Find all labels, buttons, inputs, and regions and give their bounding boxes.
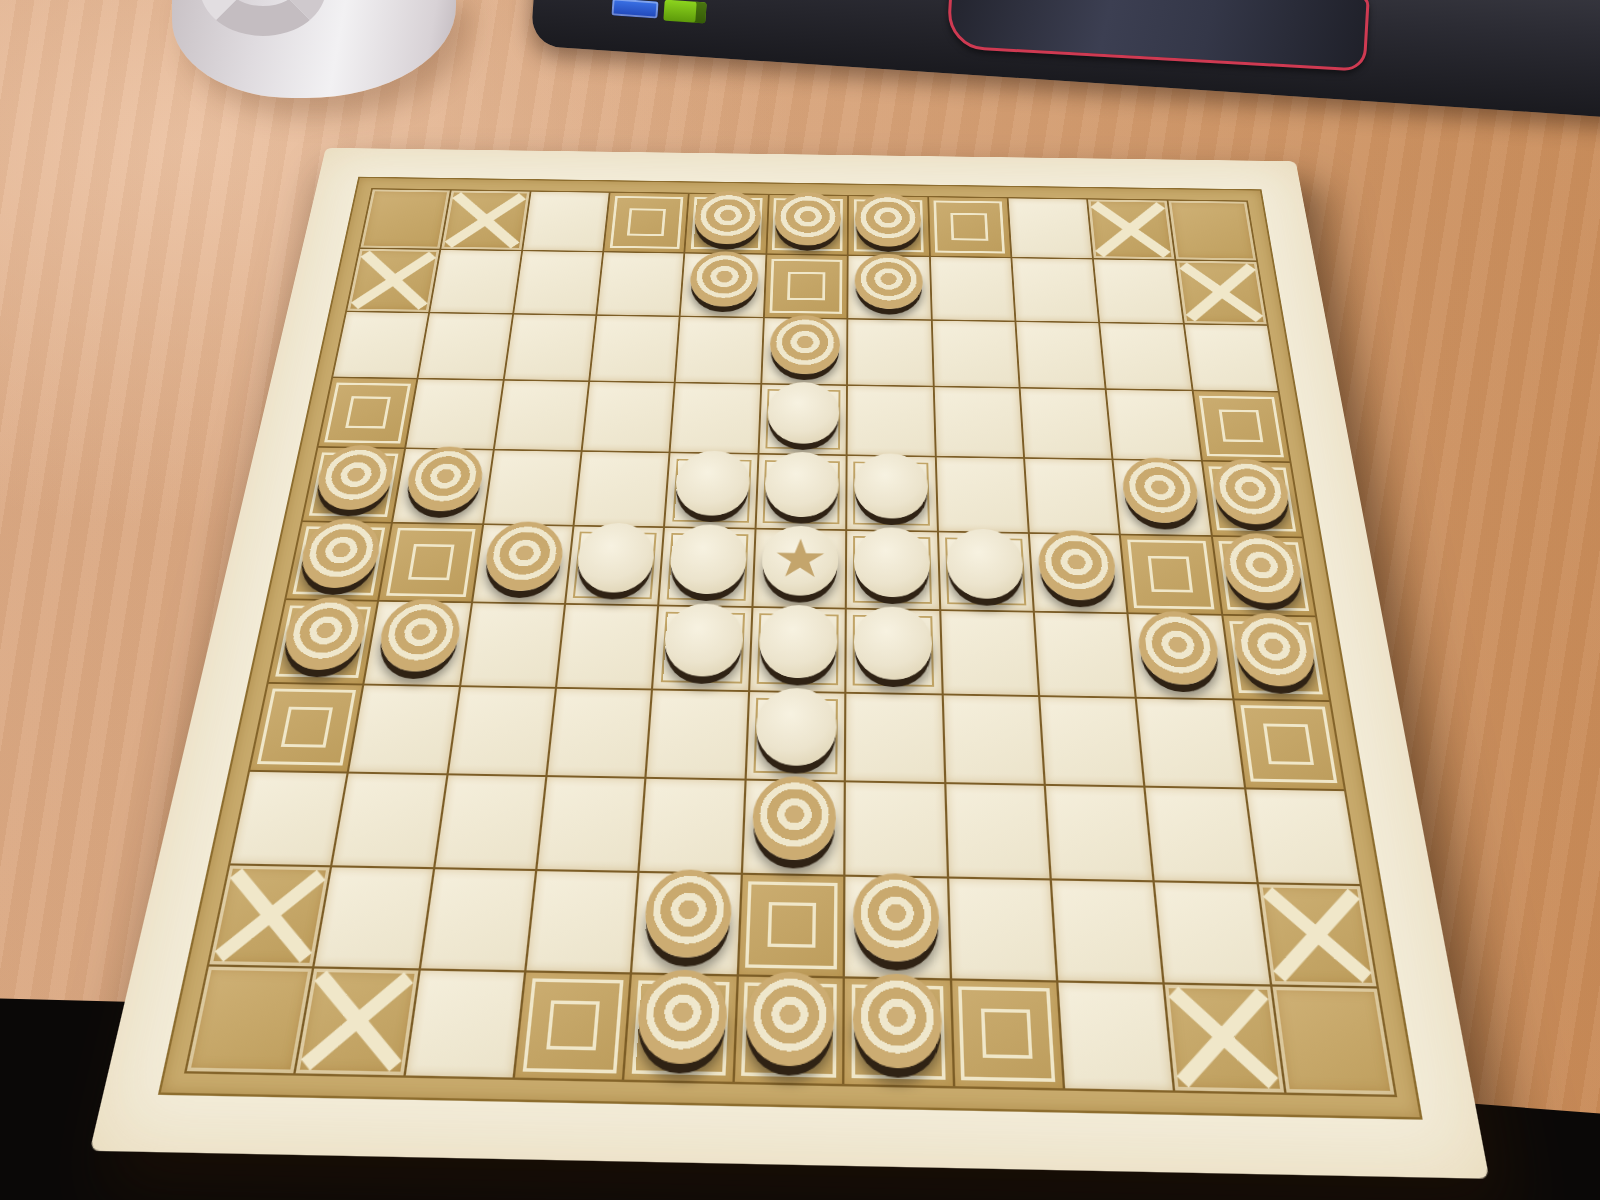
nvidia-sticker xyxy=(663,0,706,23)
cell-i8[interactable] xyxy=(1040,697,1143,786)
cell-e8[interactable] xyxy=(647,690,748,778)
cell-g2[interactable] xyxy=(848,256,930,319)
attacker-piece-j5[interactable] xyxy=(1120,457,1201,524)
tafl-board: ★★ xyxy=(90,148,1490,1179)
cell-d5[interactable] xyxy=(575,452,669,526)
cell-e3[interactable] xyxy=(676,317,763,383)
board-panel: ★★ xyxy=(90,148,1490,1179)
cell-e9[interactable] xyxy=(640,779,744,873)
cell-k11[interactable] xyxy=(1272,986,1394,1094)
cell-b7[interactable] xyxy=(365,602,471,685)
cell-e11[interactable] xyxy=(625,974,737,1082)
cell-h4[interactable] xyxy=(934,387,1023,457)
cell-b2[interactable] xyxy=(431,250,521,313)
attacker-piece-b7[interactable] xyxy=(375,598,464,672)
cell-a1[interactable] xyxy=(360,189,450,248)
cell-a7[interactable] xyxy=(269,600,377,683)
cell-c11[interactable] xyxy=(405,970,524,1077)
cell-f7[interactable] xyxy=(750,608,845,691)
attacker-piece-f3[interactable] xyxy=(769,315,840,374)
cell-i5[interactable] xyxy=(1025,459,1119,533)
cell-f10[interactable] xyxy=(739,875,844,976)
cell-b5[interactable] xyxy=(393,449,492,523)
cell-b9[interactable] xyxy=(333,773,446,867)
attacker-piece-e10[interactable] xyxy=(642,869,733,959)
cell-i4[interactable] xyxy=(1021,389,1112,459)
cell-b8[interactable] xyxy=(349,685,458,773)
cell-c4[interactable] xyxy=(495,381,589,451)
attacker-piece-k6[interactable] xyxy=(1219,533,1305,604)
cell-h1[interactable] xyxy=(929,197,1011,257)
cell-g1[interactable] xyxy=(849,196,929,256)
defender-piece-e5[interactable] xyxy=(673,450,750,516)
cell-j5[interactable] xyxy=(1114,461,1211,535)
cell-j2[interactable] xyxy=(1094,260,1182,323)
photo-scene: ★★ xyxy=(0,0,1600,1200)
cell-e2[interactable] xyxy=(681,254,765,317)
attacker-piece-g10[interactable] xyxy=(853,872,940,962)
cell-f3[interactable] xyxy=(762,318,847,384)
cell-g6[interactable] xyxy=(847,531,939,610)
defender-piece-f5[interactable] xyxy=(764,452,839,518)
cell-f1[interactable] xyxy=(767,195,847,255)
cell-c10[interactable] xyxy=(421,870,535,970)
attacker-piece-f11[interactable] xyxy=(744,971,835,1067)
cell-d7[interactable] xyxy=(557,605,657,688)
cell-b3[interactable] xyxy=(419,313,512,379)
cell-b11[interactable] xyxy=(296,968,418,1075)
king-star-icon: ★ xyxy=(772,532,829,585)
cell-h10[interactable] xyxy=(949,879,1056,980)
cell-g10[interactable] xyxy=(845,877,949,978)
cell-a10[interactable] xyxy=(209,866,330,966)
cell-i9[interactable] xyxy=(1046,786,1153,881)
cell-f5[interactable] xyxy=(756,455,845,529)
attacker-piece-g2[interactable] xyxy=(855,253,924,309)
cell-g9[interactable] xyxy=(846,782,947,876)
cell-k9[interactable] xyxy=(1246,789,1360,884)
cell-k2[interactable] xyxy=(1176,261,1267,324)
attacker-piece-b5[interactable] xyxy=(402,446,486,512)
defender-piece-f4[interactable] xyxy=(767,381,840,444)
cell-k5[interactable] xyxy=(1203,462,1302,537)
attacker-piece-e1[interactable] xyxy=(693,191,762,244)
cell-i7[interactable] xyxy=(1035,613,1135,697)
attacker-piece-e2[interactable] xyxy=(688,251,759,307)
cell-k6[interactable] xyxy=(1213,537,1315,616)
cell-c5[interactable] xyxy=(484,451,581,525)
cell-j1[interactable] xyxy=(1088,200,1174,260)
cell-j9[interactable] xyxy=(1146,788,1256,883)
cell-g3[interactable] xyxy=(848,319,932,385)
cell-i3[interactable] xyxy=(1016,322,1105,389)
cell-h5[interactable] xyxy=(936,458,1027,532)
cell-d4[interactable] xyxy=(583,382,674,452)
cell-c1[interactable] xyxy=(523,192,609,252)
cell-h7[interactable] xyxy=(941,611,1038,695)
cell-k8[interactable] xyxy=(1234,700,1344,789)
cell-g5[interactable] xyxy=(847,456,936,530)
cell-b10[interactable] xyxy=(315,868,433,968)
cell-a4[interactable] xyxy=(319,378,417,448)
cell-i6[interactable] xyxy=(1030,534,1127,613)
attacker-piece-g11[interactable] xyxy=(853,973,943,1069)
cell-b6[interactable] xyxy=(380,523,482,601)
defender-piece-g6[interactable] xyxy=(854,527,931,597)
attacker-piece-i6[interactable] xyxy=(1037,530,1119,600)
cell-d10[interactable] xyxy=(527,871,638,971)
cell-a8[interactable] xyxy=(250,683,362,771)
cell-f4[interactable] xyxy=(759,385,846,455)
attacker-piece-k5[interactable] xyxy=(1209,458,1293,525)
cell-b1[interactable] xyxy=(442,191,530,251)
cell-i10[interactable] xyxy=(1052,881,1163,982)
cell-g11[interactable] xyxy=(845,978,953,1086)
cell-d1[interactable] xyxy=(604,193,688,253)
attacker-piece-j7[interactable] xyxy=(1136,610,1223,685)
cell-d9[interactable] xyxy=(538,777,645,871)
mug-handle xyxy=(200,0,326,36)
cell-e4[interactable] xyxy=(671,383,760,453)
cell-e7[interactable] xyxy=(654,607,752,690)
defender-piece-d6[interactable] xyxy=(575,523,657,593)
attacker-piece-e11[interactable] xyxy=(634,969,728,1065)
cell-c8[interactable] xyxy=(448,687,554,775)
attacker-piece-a5[interactable] xyxy=(312,445,398,511)
attacker-piece-a6[interactable] xyxy=(296,518,385,588)
cell-c3[interactable] xyxy=(505,314,596,380)
cell-f8[interactable] xyxy=(747,692,845,781)
attacker-piece-k7[interactable] xyxy=(1230,612,1319,687)
cell-j6[interactable] xyxy=(1121,535,1221,614)
cell-j10[interactable] xyxy=(1155,883,1269,984)
cell-k10[interactable] xyxy=(1259,885,1377,986)
cell-f6[interactable]: ★★ xyxy=(753,529,845,608)
cell-g7[interactable] xyxy=(847,610,942,693)
cell-d2[interactable] xyxy=(597,253,683,316)
cell-g8[interactable] xyxy=(846,693,944,782)
cell-c9[interactable] xyxy=(435,775,545,869)
defender-piece-e7[interactable] xyxy=(662,603,744,677)
cell-k4[interactable] xyxy=(1193,391,1289,461)
cell-g4[interactable] xyxy=(848,386,935,456)
cell-a9[interactable] xyxy=(231,772,347,866)
defender-piece-g5[interactable] xyxy=(855,453,930,519)
cell-a6[interactable] xyxy=(286,522,391,600)
attacker-piece-f9[interactable] xyxy=(751,776,836,860)
attacker-piece-f1[interactable] xyxy=(774,192,841,245)
cell-a11[interactable] xyxy=(187,966,313,1073)
cell-c6[interactable] xyxy=(473,525,573,603)
cell-j3[interactable] xyxy=(1100,323,1191,390)
cell-d3[interactable] xyxy=(590,316,679,382)
cell-h6[interactable] xyxy=(939,532,1033,611)
cell-h9[interactable] xyxy=(946,784,1050,879)
cell-d11[interactable] xyxy=(515,972,630,1079)
cell-f11[interactable] xyxy=(735,976,843,1084)
cell-h11[interactable] xyxy=(952,980,1063,1088)
cell-j4[interactable] xyxy=(1107,390,1201,460)
cell-i11[interactable] xyxy=(1058,982,1173,1090)
cell-h8[interactable] xyxy=(943,695,1043,784)
cell-e6[interactable] xyxy=(660,528,755,606)
cell-a3[interactable] xyxy=(333,312,428,378)
cell-j7[interactable] xyxy=(1129,614,1232,698)
cell-k1[interactable] xyxy=(1168,201,1256,261)
cell-k7[interactable] xyxy=(1223,616,1329,700)
cell-h3[interactable] xyxy=(932,321,1018,388)
board-frame: ★★ xyxy=(158,177,1423,1120)
attacker-piece-g1[interactable] xyxy=(855,193,922,247)
cell-b4[interactable] xyxy=(406,379,502,449)
cell-c2[interactable] xyxy=(514,251,602,314)
cell-a2[interactable] xyxy=(347,249,439,312)
defender-piece-f7[interactable] xyxy=(758,604,838,678)
defender-piece-g7[interactable] xyxy=(854,606,933,681)
king-piece-f6[interactable]: ★ xyxy=(761,526,838,596)
cell-d8[interactable] xyxy=(548,688,652,776)
defender-piece-f8[interactable] xyxy=(755,688,837,767)
cell-c7[interactable] xyxy=(461,603,564,686)
cell-e10[interactable] xyxy=(633,873,741,974)
cell-d6[interactable] xyxy=(566,526,663,604)
defender-piece-h6[interactable] xyxy=(946,529,1025,599)
attacker-piece-c6[interactable] xyxy=(482,521,566,591)
cell-j8[interactable] xyxy=(1137,698,1243,787)
intel-sticker xyxy=(611,0,658,19)
cell-j11[interactable] xyxy=(1165,984,1284,1092)
cell-f2[interactable] xyxy=(765,255,847,318)
board-grid: ★★ xyxy=(184,188,1397,1097)
cell-a5[interactable] xyxy=(303,448,404,522)
cell-i2[interactable] xyxy=(1012,259,1098,322)
cell-k3[interactable] xyxy=(1184,324,1277,391)
cell-h2[interactable] xyxy=(930,257,1014,320)
cell-e5[interactable] xyxy=(666,454,758,528)
cell-e1[interactable] xyxy=(686,194,768,254)
cell-f9[interactable] xyxy=(743,781,844,875)
defender-piece-e6[interactable] xyxy=(668,524,748,594)
cell-i1[interactable] xyxy=(1008,198,1092,258)
attacker-piece-a7[interactable] xyxy=(279,596,371,670)
